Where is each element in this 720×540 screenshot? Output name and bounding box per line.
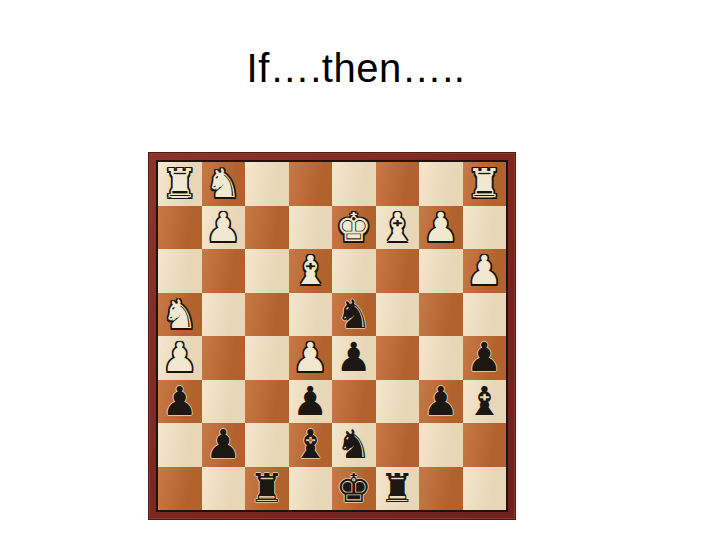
board-square-d4: ♟ <box>289 336 333 380</box>
board-square-h1 <box>463 467 507 511</box>
piece-black-pawn: ♟ <box>423 380 459 424</box>
piece-black-knight: ♞ <box>336 423 372 467</box>
piece-white-pawn: ♟ <box>162 336 198 380</box>
slide-title: If….then….. <box>0 46 712 90</box>
board-square-f7: ♝ <box>376 206 420 250</box>
board-square-a7 <box>158 206 202 250</box>
board-square-h7 <box>463 206 507 250</box>
board-square-g3: ♟ <box>419 380 463 424</box>
board-square-b3 <box>202 380 246 424</box>
piece-black-pawn: ♟ <box>205 423 241 467</box>
board-square-b1 <box>202 467 246 511</box>
piece-white-bishop: ♝ <box>292 249 328 293</box>
board-square-a3: ♟ <box>158 380 202 424</box>
piece-black-rook: ♜ <box>249 467 285 511</box>
piece-white-rook: ♜ <box>162 162 198 206</box>
piece-white-king: ♚ <box>336 206 372 250</box>
board-square-b2: ♟ <box>202 423 246 467</box>
board-square-e3 <box>332 380 376 424</box>
board-square-a1 <box>158 467 202 511</box>
piece-black-knight: ♞ <box>336 293 372 337</box>
board-square-d5 <box>289 293 333 337</box>
board-square-b5 <box>202 293 246 337</box>
board-square-c7 <box>245 206 289 250</box>
piece-black-rook: ♜ <box>379 467 415 511</box>
piece-black-pawn: ♟ <box>466 336 502 380</box>
board-square-c6 <box>245 249 289 293</box>
piece-white-pawn: ♟ <box>423 206 459 250</box>
board-square-h3: ♝ <box>463 380 507 424</box>
board-square-d2: ♝ <box>289 423 333 467</box>
piece-white-knight: ♞ <box>162 293 198 337</box>
piece-black-pawn: ♟ <box>292 380 328 424</box>
board-square-e5: ♞ <box>332 293 376 337</box>
board-square-e8 <box>332 162 376 206</box>
piece-white-knight: ♞ <box>205 162 241 206</box>
piece-white-pawn: ♟ <box>292 336 328 380</box>
board-square-g4 <box>419 336 463 380</box>
board-square-f6 <box>376 249 420 293</box>
board-square-g6 <box>419 249 463 293</box>
board-square-f5 <box>376 293 420 337</box>
board-square-f1: ♜ <box>376 467 420 511</box>
board-square-e1: ♚ <box>332 467 376 511</box>
board-square-f3 <box>376 380 420 424</box>
board-square-b6 <box>202 249 246 293</box>
board-square-h5 <box>463 293 507 337</box>
board-square-d3: ♟ <box>289 380 333 424</box>
board-square-c1: ♜ <box>245 467 289 511</box>
board-square-h2 <box>463 423 507 467</box>
board-square-h8: ♜ <box>463 162 507 206</box>
piece-white-rook: ♜ <box>466 162 502 206</box>
board-square-d6: ♝ <box>289 249 333 293</box>
board-square-b7: ♟ <box>202 206 246 250</box>
board-square-f4 <box>376 336 420 380</box>
piece-black-bishop: ♝ <box>292 423 328 467</box>
board-square-c8 <box>245 162 289 206</box>
piece-white-pawn: ♟ <box>205 206 241 250</box>
piece-black-pawn: ♟ <box>162 380 198 424</box>
board-square-a2 <box>158 423 202 467</box>
board-square-c4 <box>245 336 289 380</box>
chessboard: ♜♞♜♟♚♝♟♝♟♞♞♟♟♟♟♟♟♟♝♟♝♞♜♚♜ <box>156 160 508 512</box>
board-square-h6: ♟ <box>463 249 507 293</box>
board-square-h4: ♟ <box>463 336 507 380</box>
board-square-c2 <box>245 423 289 467</box>
board-square-d7 <box>289 206 333 250</box>
board-square-g8 <box>419 162 463 206</box>
board-square-d1 <box>289 467 333 511</box>
board-square-f8 <box>376 162 420 206</box>
board-square-e6 <box>332 249 376 293</box>
board-square-a8: ♜ <box>158 162 202 206</box>
board-square-b4 <box>202 336 246 380</box>
board-square-b8: ♞ <box>202 162 246 206</box>
piece-black-king: ♚ <box>336 467 372 511</box>
chessboard-frame: ♜♞♜♟♚♝♟♝♟♞♞♟♟♟♟♟♟♟♝♟♝♞♜♚♜ <box>148 152 516 520</box>
piece-white-pawn: ♟ <box>466 249 502 293</box>
piece-black-pawn: ♟ <box>336 336 372 380</box>
piece-white-bishop: ♝ <box>379 206 415 250</box>
board-square-f2 <box>376 423 420 467</box>
board-square-d8 <box>289 162 333 206</box>
board-square-e4: ♟ <box>332 336 376 380</box>
piece-black-bishop: ♝ <box>466 380 502 424</box>
board-square-c5 <box>245 293 289 337</box>
board-square-a6 <box>158 249 202 293</box>
board-square-g1 <box>419 467 463 511</box>
board-square-c3 <box>245 380 289 424</box>
board-square-g7: ♟ <box>419 206 463 250</box>
board-square-a4: ♟ <box>158 336 202 380</box>
board-square-g5 <box>419 293 463 337</box>
board-square-e7: ♚ <box>332 206 376 250</box>
board-square-e2: ♞ <box>332 423 376 467</box>
board-square-a5: ♞ <box>158 293 202 337</box>
board-square-g2 <box>419 423 463 467</box>
